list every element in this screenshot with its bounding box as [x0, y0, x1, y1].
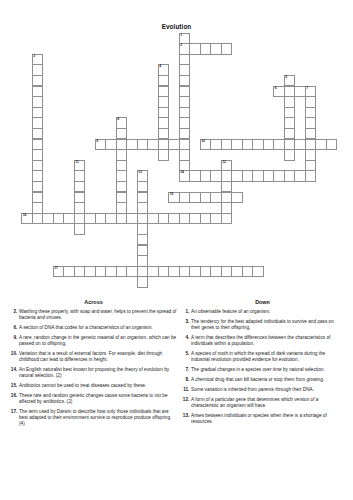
clue-number-label: 16: [23, 214, 27, 218]
cell-r10c14[interactable]: [168, 139, 180, 151]
clue-number-label: 6: [275, 87, 277, 91]
clue-number-label: 8: [117, 118, 119, 122]
clue-text: Antibiotics cannot be used to treat dise…: [19, 383, 146, 388]
cell-r15c18[interactable]: [210, 192, 222, 204]
clue-text: A rare, random change in the genetic mat…: [19, 335, 176, 346]
across-clue-15: 15.Antibiotics cannot be used to treat d…: [9, 383, 178, 389]
clue-number-label: 7: [306, 87, 308, 91]
clue-number: 7.: [181, 367, 189, 373]
down-heading: Down: [181, 299, 344, 306]
down-clue-4: 4.A term that describes the differences …: [181, 335, 344, 347]
across-clue-14: 14.An English naturalist best known for …: [9, 367, 178, 379]
clue-number-label: 10: [201, 140, 205, 144]
clue-number: 14.: [9, 367, 17, 373]
clue-text: Washing these properly, with soap and wa…: [19, 309, 176, 320]
clue-text: The tendency for the best adapted indivi…: [191, 319, 334, 330]
clue-number: 5.: [181, 351, 189, 357]
cell-r22c10[interactable]: [126, 266, 138, 278]
across-heading: Across: [9, 299, 178, 306]
across-clue-2: 2.Washing these properly, with soap and …: [9, 309, 178, 321]
across-clue-17: 17.The term used by Darwin to describe h…: [9, 409, 178, 427]
clue-text: These rare and random genetic changes ca…: [19, 393, 168, 404]
clue-number: 3.: [181, 319, 189, 325]
cell-r17c10[interactable]: [126, 213, 138, 225]
clue-number-label: 3: [33, 55, 35, 59]
cell-r5c24[interactable]: 6: [273, 86, 285, 98]
cell-r10c26[interactable]: [294, 139, 306, 151]
down-clue-5: 5.A species of moth in which the spread …: [181, 351, 344, 363]
clue-number: 6.: [9, 325, 17, 331]
across-clue-list: 2.Washing these properly, with soap and …: [9, 309, 178, 427]
clue-number: 10.: [9, 351, 17, 357]
clue-text: The gradual changes in a species over ti…: [191, 367, 325, 372]
clue-number-label: 9: [96, 140, 98, 144]
clue-number: 16.: [9, 393, 17, 399]
across-clue-10: 10.Variation that is a result of externa…: [9, 351, 178, 363]
clue-text: The term used by Darwin to describe how …: [19, 409, 171, 426]
clue-number: 4.: [181, 335, 189, 341]
clue-number-label: 17: [54, 267, 58, 271]
clue-text: An observable feature of an organism.: [191, 309, 270, 314]
across-clue-16: 16.These rare and random genetic changes…: [9, 393, 178, 405]
cell-r17c8[interactable]: [105, 213, 117, 225]
clue-text: A form of a particular gene that determi…: [191, 397, 318, 408]
cell-r10c24[interactable]: [273, 139, 285, 151]
clue-number: 13.: [181, 413, 189, 419]
crossword-worksheet: Evolution 1214345678910111213151617 Acro…: [0, 0, 353, 500]
down-clue-12: 12.A form of a particular gene that dete…: [181, 397, 344, 409]
clue-text: Some variation is inherited from parents…: [191, 387, 314, 392]
across-clue-6: 6.A section of DNA that codes for a char…: [9, 325, 178, 331]
cell-r23c11[interactable]: [137, 276, 149, 288]
clue-number: 15.: [9, 383, 17, 389]
cell-r1c19[interactable]: [221, 43, 233, 55]
down-clue-list: 1.An observable feature of an organism.3…: [181, 309, 344, 425]
down-clues-column: Down 1.An observable feature of an organ…: [181, 299, 344, 429]
cell-r13c18[interactable]: [210, 170, 222, 182]
cell-r13c26[interactable]: [294, 170, 306, 182]
cell-r22c22[interactable]: [252, 266, 264, 278]
clue-number-label: 14: [180, 171, 184, 175]
cell-r10c8[interactable]: [105, 139, 117, 151]
down-clue-1: 1.An observable feature of an organism.: [181, 309, 344, 315]
clue-text: An English naturalist best known for pro…: [19, 367, 169, 378]
clue-number-label: 4: [159, 65, 161, 69]
across-clues-column: Across 2.Washing these properly, with so…: [9, 299, 178, 431]
clue-number-label: 1: [180, 34, 182, 38]
clue-text: A species of moth in which the spread of…: [191, 351, 325, 362]
down-clue-13: 13.Arises between individuals or species…: [181, 413, 344, 425]
cell-r18c5[interactable]: [74, 223, 86, 235]
across-clue-9: 9.A rare, random change in the genetic m…: [9, 335, 178, 347]
clue-number-label: 2: [180, 44, 182, 48]
clue-text: A chemical drug that can kill bacteria o…: [191, 377, 324, 382]
cell-r15c20[interactable]: [231, 192, 243, 204]
clue-text: A term that describes the differences be…: [191, 335, 330, 346]
clue-number: 1.: [181, 309, 189, 315]
crossword-grid: 1214345678910111213151617: [0, 0, 353, 300]
cell-r17c18[interactable]: [210, 213, 222, 225]
down-clue-11: 11.Some variation is inherited from pare…: [181, 387, 344, 393]
clue-number-label: 13: [138, 171, 142, 175]
cell-r10c12[interactable]: [147, 139, 159, 151]
clue-number: 11.: [181, 387, 189, 393]
clue-text: A section of DNA that codes for a charac…: [19, 325, 153, 330]
clue-number-label: 11: [75, 161, 79, 165]
clue-text: Variation that is a result of external f…: [19, 351, 162, 362]
down-clue-8: 8.A chemical drug that can kill bacteria…: [181, 377, 344, 383]
cell-r17c4[interactable]: [63, 213, 75, 225]
clue-number-label: 5: [285, 76, 287, 80]
clue-number: 9.: [9, 335, 17, 341]
cell-r11c13[interactable]: [158, 149, 170, 161]
clue-number-label: 15: [170, 193, 174, 197]
clue-number: 8.: [181, 377, 189, 383]
clue-number: 17.: [9, 409, 17, 415]
cell-r17c0[interactable]: 16: [21, 213, 33, 225]
down-clue-3: 3.The tendency for the best adapted indi…: [181, 319, 344, 331]
clue-text: Arises between individuals or species wh…: [191, 413, 327, 424]
clue-number-label: 12: [222, 161, 226, 165]
cell-r13c27[interactable]: [305, 170, 317, 182]
clue-number: 2.: [9, 309, 17, 315]
cell-r11c25[interactable]: [284, 149, 296, 161]
clue-number: 12.: [181, 397, 189, 403]
cell-r17c19[interactable]: [221, 213, 233, 225]
down-clue-7: 7.The gradual changes in a species over …: [181, 367, 344, 373]
cell-r10c29[interactable]: [326, 139, 338, 151]
